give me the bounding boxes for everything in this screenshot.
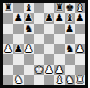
black-bishop-c8: ♝ bbox=[24, 3, 33, 13]
square-h1[interactable]: ♜ bbox=[75, 75, 85, 85]
square-a1[interactable] bbox=[3, 75, 13, 85]
white-rook-h1: ♜ bbox=[75, 75, 84, 85]
square-f1[interactable]: ♝ bbox=[54, 75, 64, 85]
square-g8[interactable]: ♚ bbox=[65, 3, 75, 13]
square-d5[interactable] bbox=[34, 34, 44, 44]
square-b6[interactable] bbox=[13, 24, 23, 34]
black-knight-c6: ♞ bbox=[24, 24, 33, 34]
square-e3[interactable] bbox=[44, 54, 54, 64]
square-b5[interactable] bbox=[13, 34, 23, 44]
square-f6[interactable] bbox=[54, 24, 64, 34]
black-king-g8: ♚ bbox=[65, 3, 74, 13]
square-d2[interactable]: ♚ bbox=[34, 65, 44, 75]
square-d3[interactable] bbox=[34, 54, 44, 64]
white-knight-b1: ♞ bbox=[14, 75, 23, 85]
square-e6[interactable] bbox=[44, 24, 54, 34]
chess-board-grid: ♜♝♜♚♝♟♟♟♟♝♟♞♟♟♟♟♞♟♚♟♟♞♝♞♜ bbox=[3, 3, 85, 85]
square-a2[interactable] bbox=[3, 65, 13, 75]
black-pawn-f7: ♟ bbox=[55, 13, 64, 23]
square-b3[interactable] bbox=[13, 54, 23, 64]
square-d7[interactable] bbox=[34, 13, 44, 23]
square-f5[interactable] bbox=[54, 34, 64, 44]
square-h4[interactable]: ♟ bbox=[75, 44, 85, 54]
square-e8[interactable] bbox=[44, 3, 54, 13]
square-c1[interactable] bbox=[24, 75, 34, 85]
square-c7[interactable]: ♟ bbox=[24, 13, 34, 23]
black-pawn-c7: ♟ bbox=[24, 13, 33, 23]
square-a4[interactable]: ♟ bbox=[3, 44, 13, 54]
square-g7[interactable]: ♝ bbox=[65, 13, 75, 23]
square-e7[interactable]: ♟ bbox=[44, 13, 54, 23]
square-d6[interactable] bbox=[34, 24, 44, 34]
square-b4[interactable]: ♟ bbox=[13, 44, 23, 54]
white-pawn-a4: ♟ bbox=[4, 44, 13, 54]
black-bishop-g7: ♝ bbox=[65, 13, 74, 23]
square-c3[interactable] bbox=[24, 54, 34, 64]
white-bishop-h8: ♝ bbox=[75, 3, 84, 13]
square-d4[interactable] bbox=[34, 44, 44, 54]
square-b1[interactable]: ♞ bbox=[13, 75, 23, 85]
square-e2[interactable]: ♟ bbox=[44, 65, 54, 75]
square-a3[interactable] bbox=[3, 54, 13, 64]
square-a6[interactable] bbox=[3, 24, 13, 34]
black-rook-a8: ♜ bbox=[4, 3, 13, 13]
square-g4[interactable]: ♞ bbox=[65, 44, 75, 54]
square-h5[interactable] bbox=[75, 34, 85, 44]
square-f3[interactable] bbox=[54, 54, 64, 64]
black-pawn-e7: ♟ bbox=[45, 13, 54, 23]
square-a8[interactable]: ♜ bbox=[3, 3, 13, 13]
square-h7[interactable]: ♟ bbox=[75, 13, 85, 23]
square-e4[interactable] bbox=[44, 44, 54, 54]
square-a7[interactable] bbox=[3, 13, 13, 23]
white-pawn-h4: ♟ bbox=[75, 44, 84, 54]
square-c8[interactable]: ♝ bbox=[24, 3, 34, 13]
black-knight-g4: ♞ bbox=[65, 44, 74, 54]
white-pawn-e2: ♟ bbox=[45, 65, 54, 75]
white-pawn-c4: ♟ bbox=[24, 44, 33, 54]
square-f8[interactable]: ♜ bbox=[54, 3, 64, 13]
black-pawn-h7: ♟ bbox=[75, 13, 84, 23]
square-c2[interactable] bbox=[24, 65, 34, 75]
square-d1[interactable] bbox=[34, 75, 44, 85]
square-h8[interactable]: ♝ bbox=[75, 3, 85, 13]
square-b8[interactable] bbox=[13, 3, 23, 13]
square-g5[interactable] bbox=[65, 34, 75, 44]
square-b2[interactable] bbox=[13, 65, 23, 75]
black-pawn-b4: ♟ bbox=[14, 44, 23, 54]
black-rook-f8: ♜ bbox=[55, 3, 64, 13]
square-g1[interactable]: ♞ bbox=[65, 75, 75, 85]
white-king-d2: ♚ bbox=[34, 65, 43, 75]
white-pawn-f2: ♟ bbox=[55, 65, 64, 75]
square-e5[interactable] bbox=[44, 34, 54, 44]
chess-board: ♜♝♜♚♝♟♟♟♟♝♟♞♟♟♟♟♞♟♚♟♟♞♝♞♜ bbox=[0, 0, 88, 88]
square-h2[interactable] bbox=[75, 65, 85, 75]
black-pawn-g6: ♟ bbox=[65, 24, 74, 34]
square-c4[interactable]: ♟ bbox=[24, 44, 34, 54]
square-d8[interactable] bbox=[34, 3, 44, 13]
square-g2[interactable] bbox=[65, 65, 75, 75]
square-e1[interactable] bbox=[44, 75, 54, 85]
square-c5[interactable] bbox=[24, 34, 34, 44]
white-bishop-f1: ♝ bbox=[55, 75, 64, 85]
square-h6[interactable] bbox=[75, 24, 85, 34]
square-h3[interactable] bbox=[75, 54, 85, 64]
black-pawn-b7: ♟ bbox=[14, 13, 23, 23]
square-f4[interactable] bbox=[54, 44, 64, 54]
square-f2[interactable]: ♟ bbox=[54, 65, 64, 75]
square-g3[interactable] bbox=[65, 54, 75, 64]
square-f7[interactable]: ♟ bbox=[54, 13, 64, 23]
square-b7[interactable]: ♟ bbox=[13, 13, 23, 23]
square-g6[interactable]: ♟ bbox=[65, 24, 75, 34]
square-a5[interactable] bbox=[3, 34, 13, 44]
square-c6[interactable]: ♞ bbox=[24, 24, 34, 34]
white-knight-g1: ♞ bbox=[65, 75, 74, 85]
